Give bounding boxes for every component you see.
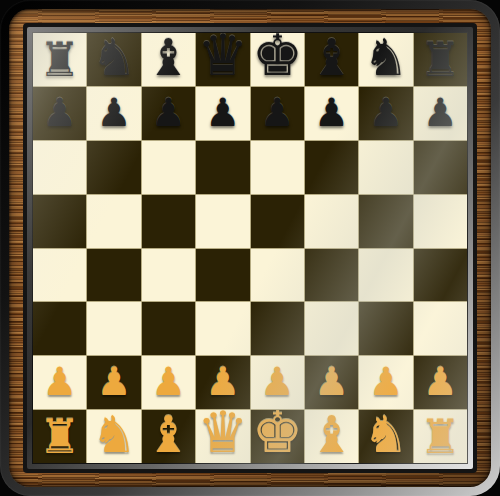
chessboard: ♜♞♝♛♚♝♞♜♟♟♟♟♟♟♟♟♟♟♟♟♟♟♟♟♜♞♝♛♚♝♞♜ [32, 32, 468, 464]
square-c4[interactable] [142, 249, 195, 302]
square-d5[interactable] [196, 195, 249, 248]
square-d2[interactable]: ♟ [196, 356, 249, 409]
square-f6[interactable] [305, 141, 358, 194]
square-a6[interactable] [33, 141, 86, 194]
piece-black-queen[interactable]: ♛ [197, 33, 248, 84]
piece-black-bishop[interactable]: ♝ [146, 33, 192, 83]
square-c5[interactable] [142, 195, 195, 248]
piece-white-pawn[interactable]: ♟ [314, 362, 349, 401]
square-g7[interactable]: ♟ [359, 87, 412, 140]
piece-white-bishop[interactable]: ♝ [309, 410, 355, 460]
square-b6[interactable] [87, 141, 140, 194]
square-f7[interactable]: ♟ [305, 87, 358, 140]
square-b7[interactable]: ♟ [87, 87, 140, 140]
square-g8[interactable]: ♞ [359, 33, 412, 86]
square-f2[interactable]: ♟ [305, 356, 358, 409]
square-h1[interactable]: ♜ [414, 410, 467, 463]
square-g3[interactable] [359, 302, 412, 355]
square-e4[interactable] [251, 249, 304, 302]
square-d7[interactable]: ♟ [196, 87, 249, 140]
square-g1[interactable]: ♞ [359, 410, 412, 463]
piece-white-knight[interactable]: ♞ [91, 410, 137, 460]
piece-white-pawn[interactable]: ♟ [260, 362, 295, 401]
piece-white-pawn[interactable]: ♟ [151, 362, 186, 401]
square-e3[interactable] [251, 302, 304, 355]
piece-black-pawn[interactable]: ♟ [314, 93, 349, 132]
piece-white-knight[interactable]: ♞ [363, 410, 409, 460]
square-f3[interactable] [305, 302, 358, 355]
square-g4[interactable] [359, 249, 412, 302]
piece-white-king[interactable]: ♚ [252, 410, 303, 461]
piece-black-pawn[interactable]: ♟ [42, 93, 77, 132]
square-b8[interactable]: ♞ [87, 33, 140, 86]
square-h8[interactable]: ♜ [414, 33, 467, 86]
square-h5[interactable] [414, 195, 467, 248]
square-b4[interactable] [87, 249, 140, 302]
square-e8[interactable]: ♚ [251, 33, 304, 86]
piece-white-pawn[interactable]: ♟ [97, 362, 132, 401]
square-a2[interactable]: ♟ [33, 356, 86, 409]
square-d4[interactable] [196, 249, 249, 302]
square-c7[interactable]: ♟ [142, 87, 195, 140]
piece-black-knight[interactable]: ♞ [363, 33, 409, 83]
square-a3[interactable] [33, 302, 86, 355]
square-d8[interactable]: ♛ [196, 33, 249, 86]
square-h7[interactable]: ♟ [414, 87, 467, 140]
square-b3[interactable] [87, 302, 140, 355]
piece-white-bishop[interactable]: ♝ [146, 410, 192, 460]
square-e1[interactable]: ♚ [251, 410, 304, 463]
square-h4[interactable] [414, 249, 467, 302]
square-c1[interactable]: ♝ [142, 410, 195, 463]
piece-white-pawn[interactable]: ♟ [368, 362, 403, 401]
piece-black-pawn[interactable]: ♟ [205, 93, 240, 132]
piece-black-pawn[interactable]: ♟ [97, 93, 132, 132]
square-c3[interactable] [142, 302, 195, 355]
square-e2[interactable]: ♟ [251, 356, 304, 409]
square-b1[interactable]: ♞ [87, 410, 140, 463]
piece-black-pawn[interactable]: ♟ [151, 93, 186, 132]
piece-white-pawn[interactable]: ♟ [42, 362, 77, 401]
square-b2[interactable]: ♟ [87, 356, 140, 409]
square-a8[interactable]: ♜ [33, 33, 86, 86]
piece-black-rook[interactable]: ♜ [419, 36, 461, 83]
piece-black-bishop[interactable]: ♝ [309, 33, 355, 83]
chess-app-window: ♜♞♝♛♚♝♞♜♟♟♟♟♟♟♟♟♟♟♟♟♟♟♟♟♜♞♝♛♚♝♞♜ [0, 0, 500, 496]
square-h6[interactable] [414, 141, 467, 194]
square-h2[interactable]: ♟ [414, 356, 467, 409]
square-f8[interactable]: ♝ [305, 33, 358, 86]
piece-white-rook[interactable]: ♜ [39, 413, 81, 460]
square-g6[interactable] [359, 141, 412, 194]
piece-white-pawn[interactable]: ♟ [423, 362, 458, 401]
square-f1[interactable]: ♝ [305, 410, 358, 463]
piece-black-pawn[interactable]: ♟ [368, 93, 403, 132]
piece-white-rook[interactable]: ♜ [419, 413, 461, 460]
square-a7[interactable]: ♟ [33, 87, 86, 140]
piece-black-king[interactable]: ♚ [252, 33, 303, 84]
square-a1[interactable]: ♜ [33, 410, 86, 463]
square-h3[interactable] [414, 302, 467, 355]
square-d6[interactable] [196, 141, 249, 194]
piece-black-pawn[interactable]: ♟ [423, 93, 458, 132]
square-f4[interactable] [305, 249, 358, 302]
square-f5[interactable] [305, 195, 358, 248]
square-a5[interactable] [33, 195, 86, 248]
piece-black-knight[interactable]: ♞ [91, 33, 137, 83]
piece-black-pawn[interactable]: ♟ [260, 93, 295, 132]
square-e6[interactable] [251, 141, 304, 194]
square-c2[interactable]: ♟ [142, 356, 195, 409]
square-g2[interactable]: ♟ [359, 356, 412, 409]
square-g5[interactable] [359, 195, 412, 248]
square-b5[interactable] [87, 195, 140, 248]
piece-white-queen[interactable]: ♛ [197, 410, 248, 461]
piece-white-pawn[interactable]: ♟ [205, 362, 240, 401]
square-d1[interactable]: ♛ [196, 410, 249, 463]
square-a4[interactable] [33, 249, 86, 302]
piece-black-rook[interactable]: ♜ [39, 36, 81, 83]
square-e5[interactable] [251, 195, 304, 248]
square-d3[interactable] [196, 302, 249, 355]
square-c6[interactable] [142, 141, 195, 194]
square-c8[interactable]: ♝ [142, 33, 195, 86]
square-e7[interactable]: ♟ [251, 87, 304, 140]
